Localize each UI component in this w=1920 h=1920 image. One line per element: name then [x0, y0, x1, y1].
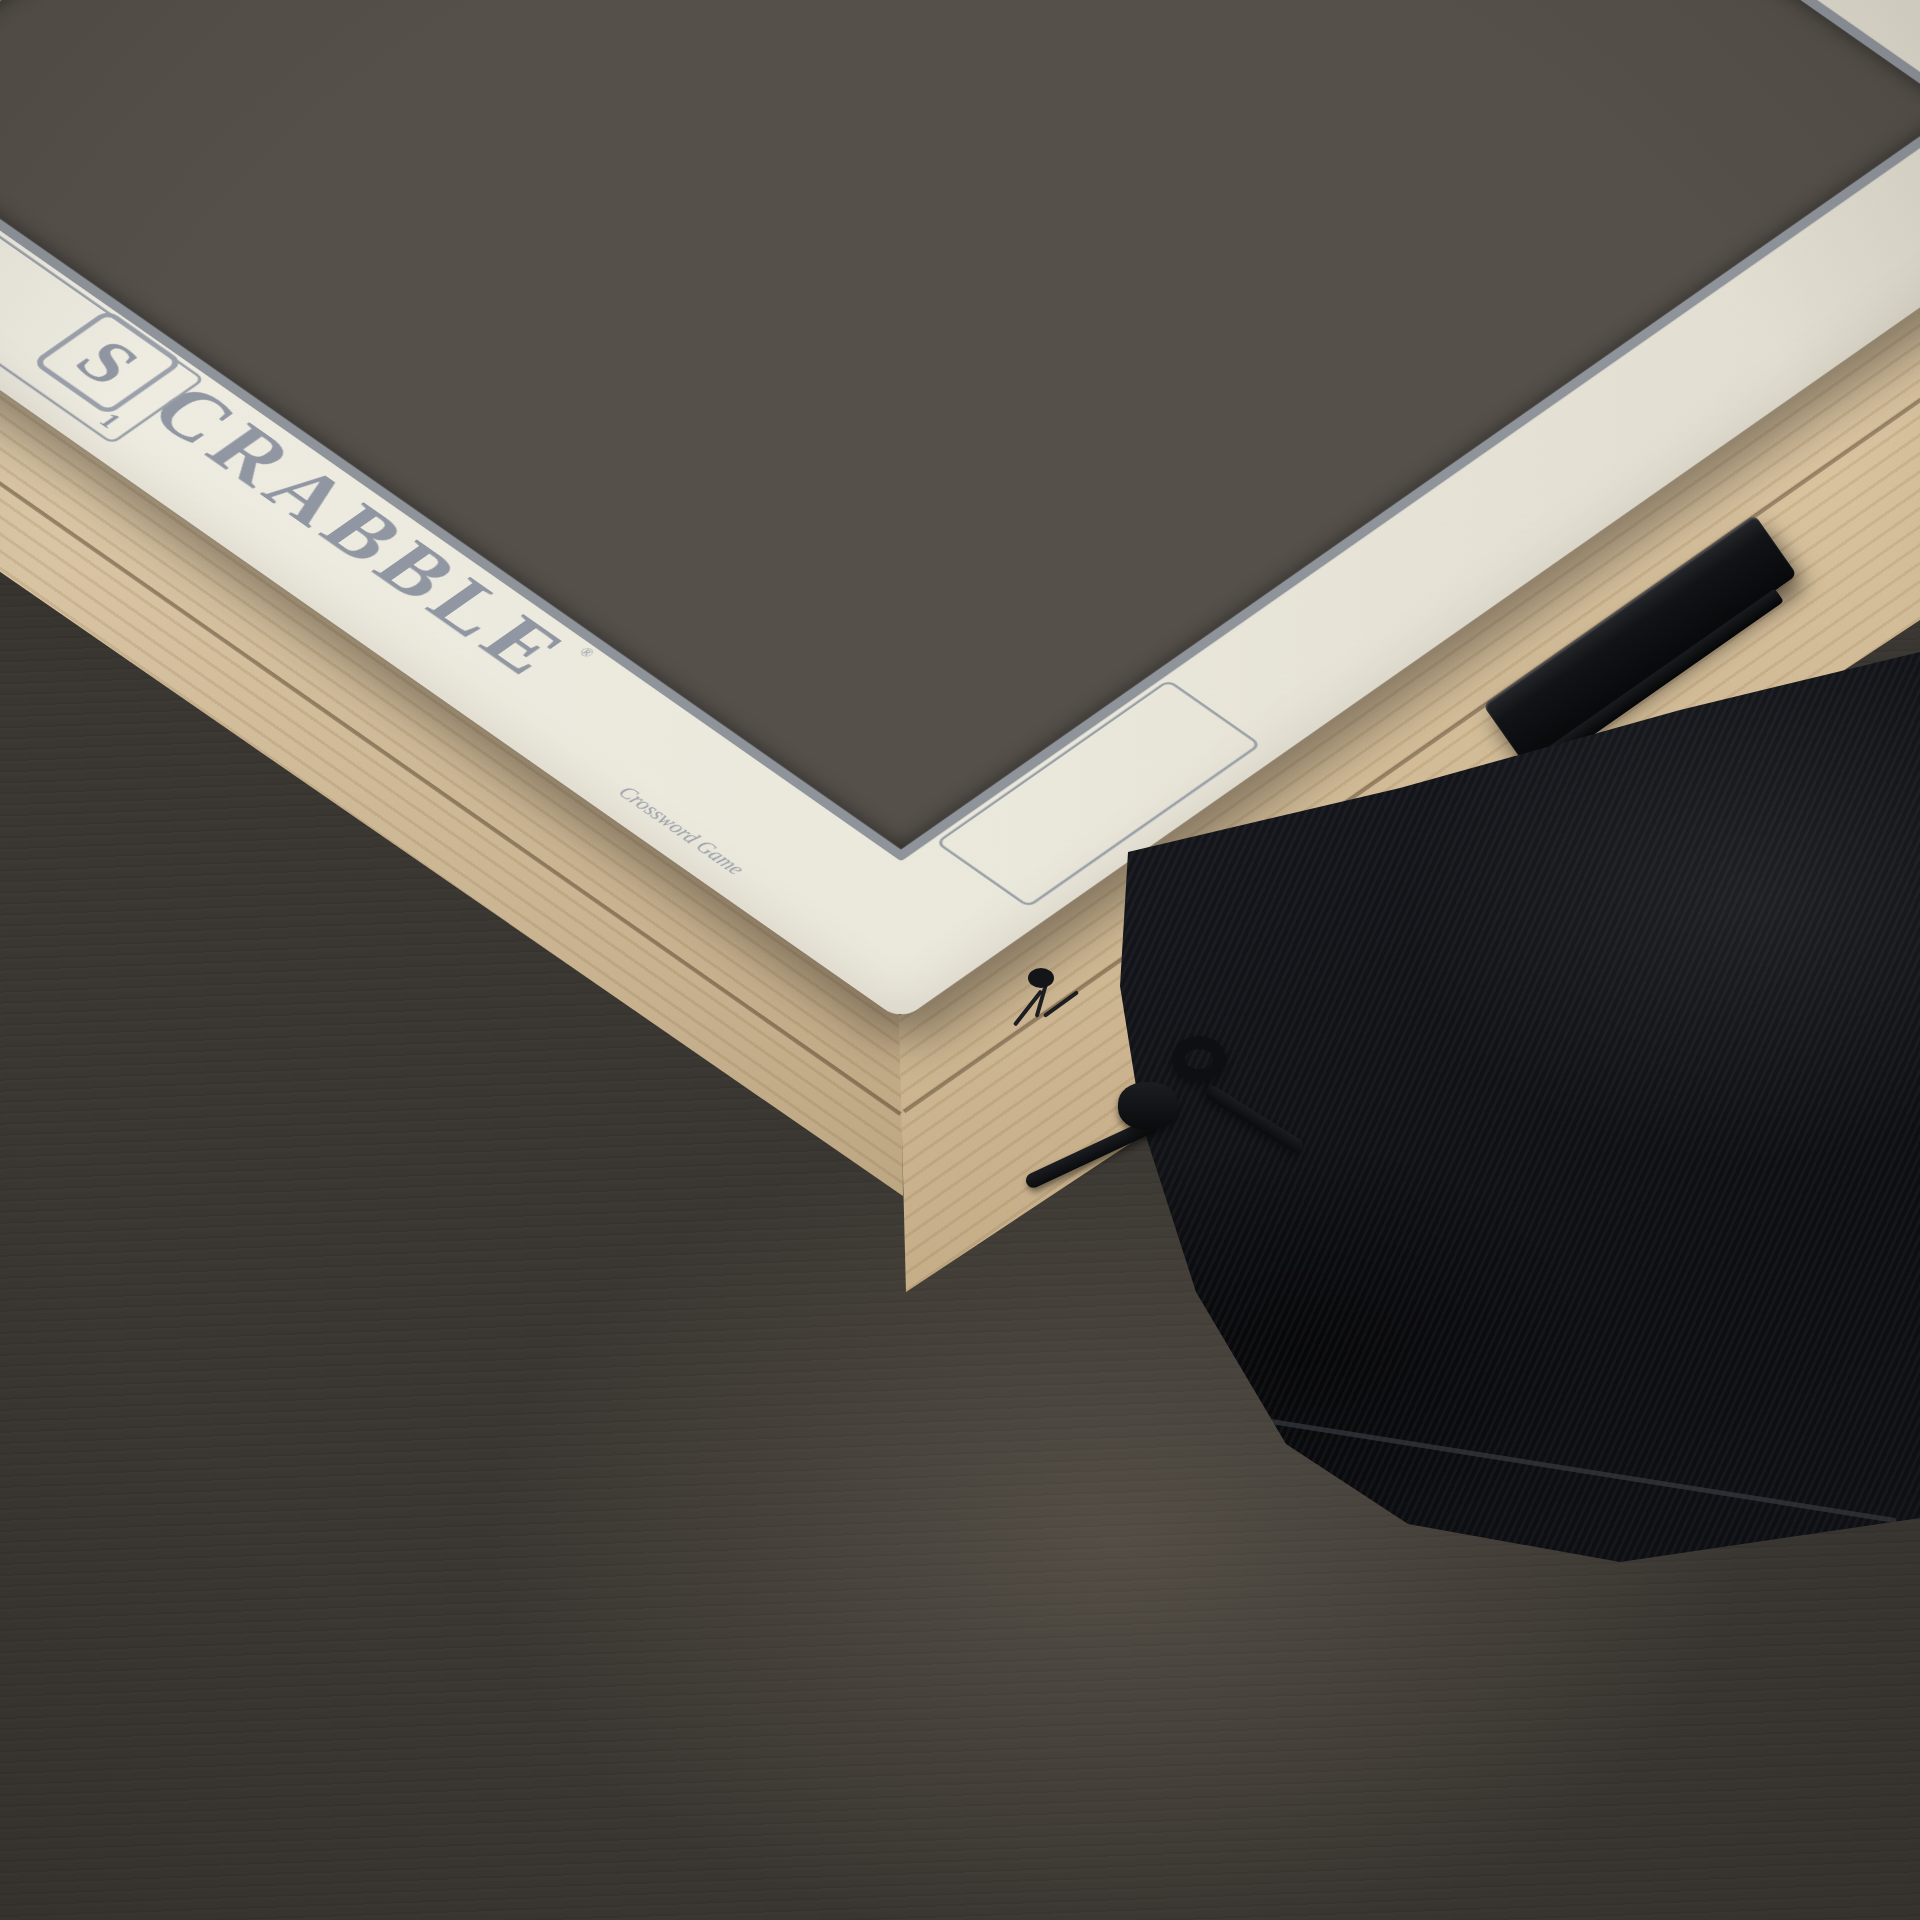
drawstring-loop — [1172, 1036, 1226, 1082]
drawstring-knot — [1118, 1082, 1178, 1130]
cord-frayed-tip — [1028, 968, 1054, 988]
scrabble-photo-scene: S 1 CRABBLE ® Crossword Game — [0, 0, 1920, 1920]
